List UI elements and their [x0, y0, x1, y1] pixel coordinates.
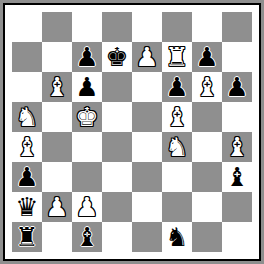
square-f2[interactable] [162, 192, 192, 222]
black-pawn[interactable]: ♟ [15, 162, 38, 192]
square-f6[interactable]: ♟ [162, 72, 192, 102]
square-h4[interactable]: ♝ [222, 132, 252, 162]
white-bishop[interactable]: ♝ [15, 132, 38, 162]
square-c3[interactable] [72, 162, 102, 192]
square-a2[interactable]: ♛ [12, 192, 42, 222]
square-b4[interactable] [42, 132, 72, 162]
square-e2[interactable] [132, 192, 162, 222]
white-bishop[interactable]: ♝ [45, 72, 68, 102]
square-a3[interactable]: ♟ [12, 162, 42, 192]
square-h1[interactable] [222, 222, 252, 252]
white-bishop[interactable]: ♝ [165, 102, 188, 132]
square-g6[interactable]: ♝ [192, 72, 222, 102]
square-b7[interactable] [42, 42, 72, 72]
square-e4[interactable] [132, 132, 162, 162]
square-d3[interactable] [102, 162, 132, 192]
square-h8[interactable] [222, 12, 252, 42]
square-g3[interactable] [192, 162, 222, 192]
square-b6[interactable]: ♝ [42, 72, 72, 102]
white-king[interactable]: ♚ [75, 102, 98, 132]
square-b1[interactable] [42, 222, 72, 252]
board-frame-inner: ♟♚♟♜♟♝♟♟♝♟♞♚♝♝♞♝♟♝♛♟♟♜♝♞ [3, 3, 261, 261]
black-king[interactable]: ♚ [105, 42, 128, 72]
square-g8[interactable] [192, 12, 222, 42]
white-pawn[interactable]: ♟ [135, 42, 158, 72]
white-pawn[interactable]: ♟ [75, 192, 98, 222]
white-rook[interactable]: ♜ [165, 42, 188, 72]
square-e1[interactable] [132, 222, 162, 252]
black-rook[interactable]: ♜ [15, 222, 38, 252]
square-c4[interactable] [72, 132, 102, 162]
square-c1[interactable]: ♝ [72, 222, 102, 252]
black-pawn[interactable]: ♟ [75, 42, 98, 72]
square-f7[interactable]: ♜ [162, 42, 192, 72]
square-d4[interactable] [102, 132, 132, 162]
black-pawn[interactable]: ♟ [75, 72, 98, 102]
square-g5[interactable] [192, 102, 222, 132]
square-e8[interactable] [132, 12, 162, 42]
square-a7[interactable] [12, 42, 42, 72]
black-bishop[interactable]: ♝ [225, 162, 248, 192]
square-f5[interactable]: ♝ [162, 102, 192, 132]
square-d2[interactable] [102, 192, 132, 222]
square-e7[interactable]: ♟ [132, 42, 162, 72]
square-h6[interactable]: ♟ [222, 72, 252, 102]
square-d5[interactable] [102, 102, 132, 132]
white-knight[interactable]: ♞ [15, 102, 38, 132]
board-frame: ♟♚♟♜♟♝♟♟♝♟♞♚♝♝♞♝♟♝♛♟♟♜♝♞ [0, 0, 264, 264]
square-h7[interactable] [222, 42, 252, 72]
black-pawn[interactable]: ♟ [165, 72, 188, 102]
square-a4[interactable]: ♝ [12, 132, 42, 162]
black-knight[interactable]: ♞ [165, 222, 188, 252]
square-e3[interactable] [132, 162, 162, 192]
square-c7[interactable]: ♟ [72, 42, 102, 72]
square-g7[interactable]: ♟ [192, 42, 222, 72]
square-c2[interactable]: ♟ [72, 192, 102, 222]
square-h5[interactable] [222, 102, 252, 132]
square-a1[interactable]: ♜ [12, 222, 42, 252]
square-e6[interactable] [132, 72, 162, 102]
square-f3[interactable] [162, 162, 192, 192]
square-d6[interactable] [102, 72, 132, 102]
square-h3[interactable]: ♝ [222, 162, 252, 192]
square-b8[interactable] [42, 12, 72, 42]
black-queen[interactable]: ♛ [15, 192, 38, 222]
square-d8[interactable] [102, 12, 132, 42]
square-g4[interactable] [192, 132, 222, 162]
black-bishop[interactable]: ♝ [75, 222, 98, 252]
square-a8[interactable] [12, 12, 42, 42]
square-b5[interactable] [42, 102, 72, 132]
square-a5[interactable]: ♞ [12, 102, 42, 132]
square-g2[interactable] [192, 192, 222, 222]
white-pawn[interactable]: ♟ [45, 192, 68, 222]
square-a6[interactable] [12, 72, 42, 102]
square-d1[interactable] [102, 222, 132, 252]
square-e5[interactable] [132, 102, 162, 132]
black-pawn[interactable]: ♟ [225, 72, 248, 102]
square-f4[interactable]: ♞ [162, 132, 192, 162]
square-f8[interactable] [162, 12, 192, 42]
square-c5[interactable]: ♚ [72, 102, 102, 132]
black-pawn[interactable]: ♟ [195, 42, 218, 72]
white-bishop[interactable]: ♝ [225, 132, 248, 162]
square-h2[interactable] [222, 192, 252, 222]
square-c6[interactable]: ♟ [72, 72, 102, 102]
square-f1[interactable]: ♞ [162, 222, 192, 252]
square-d7[interactable]: ♚ [102, 42, 132, 72]
white-bishop[interactable]: ♝ [195, 72, 218, 102]
square-b3[interactable] [42, 162, 72, 192]
white-knight[interactable]: ♞ [165, 132, 188, 162]
square-c8[interactable] [72, 12, 102, 42]
square-b2[interactable]: ♟ [42, 192, 72, 222]
chess-board: ♟♚♟♜♟♝♟♟♝♟♞♚♝♝♞♝♟♝♛♟♟♜♝♞ [12, 12, 252, 252]
square-g1[interactable] [192, 222, 222, 252]
